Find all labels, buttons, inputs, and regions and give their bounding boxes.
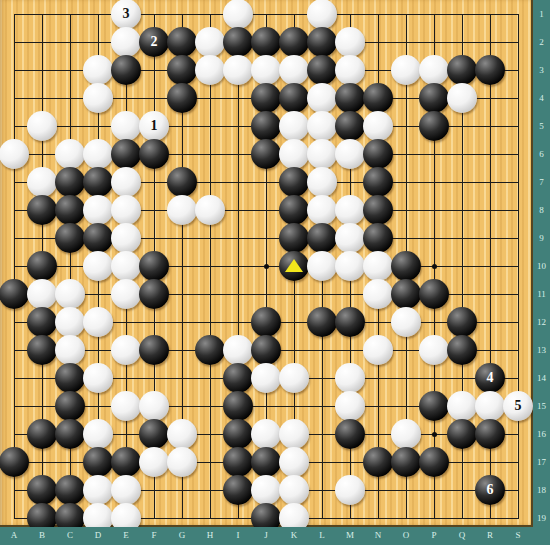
triangle-mark-icon <box>285 259 303 272</box>
black-stone-O17[interactable] <box>391 447 421 477</box>
black-stone-I16[interactable] <box>223 419 253 449</box>
white-stone-L4[interactable] <box>307 83 337 113</box>
black-stone-C9[interactable] <box>55 223 85 253</box>
white-stone-L10[interactable] <box>307 251 337 281</box>
black-stone-D9[interactable] <box>83 223 113 253</box>
white-stone-Q15[interactable] <box>447 391 477 421</box>
black-stone-I2[interactable] <box>223 27 253 57</box>
black-stone-F16[interactable] <box>139 419 169 449</box>
black-stone-B13[interactable] <box>27 335 57 365</box>
white-stone-D10[interactable] <box>83 251 113 281</box>
white-stone-D3[interactable] <box>83 55 113 85</box>
black-stone-K8[interactable] <box>279 195 309 225</box>
black-stone-O11[interactable] <box>391 279 421 309</box>
row-label-12: 12 <box>533 317 550 327</box>
white-stone-B5[interactable] <box>27 111 57 141</box>
column-label-D: D <box>91 530 105 540</box>
black-stone-L9[interactable] <box>307 223 337 253</box>
column-label-J: J <box>259 530 273 540</box>
black-stone-Q16[interactable] <box>447 419 477 449</box>
black-stone-F2[interactable]: 2 <box>139 27 169 57</box>
white-stone-D4[interactable] <box>83 83 113 113</box>
white-stone-P3[interactable] <box>419 55 449 85</box>
black-stone-N7[interactable] <box>363 167 393 197</box>
white-stone-E2[interactable] <box>111 27 141 57</box>
black-stone-R16[interactable] <box>475 419 505 449</box>
white-stone-G8[interactable] <box>167 195 197 225</box>
white-stone-J14[interactable] <box>251 363 281 393</box>
row-label-3: 3 <box>533 65 550 75</box>
white-stone-M9[interactable] <box>335 223 365 253</box>
black-stone-B10[interactable] <box>27 251 57 281</box>
white-stone-K17[interactable] <box>279 447 309 477</box>
black-stone-D17[interactable] <box>83 447 113 477</box>
black-stone-I18[interactable] <box>223 475 253 505</box>
white-stone-H8[interactable] <box>195 195 225 225</box>
row-coordinates: 12345678910111213141516171819 <box>533 0 550 545</box>
black-stone-L3[interactable] <box>307 55 337 85</box>
row-label-15: 15 <box>533 401 550 411</box>
black-stone-N17[interactable] <box>363 447 393 477</box>
white-stone-F17[interactable] <box>139 447 169 477</box>
white-stone-G16[interactable] <box>167 419 197 449</box>
white-stone-M8[interactable] <box>335 195 365 225</box>
black-stone-M4[interactable] <box>335 83 365 113</box>
black-stone-J2[interactable] <box>251 27 281 57</box>
black-stone-Q12[interactable] <box>447 307 477 337</box>
white-stone-E7[interactable] <box>111 167 141 197</box>
row-label-5: 5 <box>533 121 550 131</box>
white-stone-N10[interactable] <box>363 251 393 281</box>
white-stone-N5[interactable] <box>363 111 393 141</box>
black-stone-M5[interactable] <box>335 111 365 141</box>
black-stone-F6[interactable] <box>139 139 169 169</box>
black-stone-E6[interactable] <box>111 139 141 169</box>
black-stone-N4[interactable] <box>363 83 393 113</box>
white-stone-C13[interactable] <box>55 335 85 365</box>
move-number-label: 2 <box>151 35 158 49</box>
white-stone-K5[interactable] <box>279 111 309 141</box>
row-label-4: 4 <box>533 93 550 103</box>
white-stone-Q4[interactable] <box>447 83 477 113</box>
black-stone-N6[interactable] <box>363 139 393 169</box>
white-stone-M6[interactable] <box>335 139 365 169</box>
white-stone-C6[interactable] <box>55 139 85 169</box>
black-stone-P5[interactable] <box>419 111 449 141</box>
black-stone-B18[interactable] <box>27 475 57 505</box>
white-stone-H2[interactable] <box>195 27 225 57</box>
black-stone-J4[interactable] <box>251 83 281 113</box>
white-stone-D12[interactable] <box>83 307 113 337</box>
row-label-17: 17 <box>533 457 550 467</box>
black-stone-G3[interactable] <box>167 55 197 85</box>
black-stone-A17[interactable] <box>0 447 29 477</box>
move-number-label: 5 <box>515 399 522 413</box>
white-stone-R15[interactable] <box>475 391 505 421</box>
black-stone-C15[interactable] <box>55 391 85 421</box>
white-stone-D8[interactable] <box>83 195 113 225</box>
white-stone-A6[interactable] <box>0 139 29 169</box>
white-stone-O12[interactable] <box>391 307 421 337</box>
row-label-16: 16 <box>533 429 550 439</box>
column-label-Q: Q <box>455 530 469 540</box>
column-label-H: H <box>203 530 217 540</box>
row-label-7: 7 <box>533 177 550 187</box>
row-label-14: 14 <box>533 373 550 383</box>
black-stone-I14[interactable] <box>223 363 253 393</box>
black-stone-I15[interactable] <box>223 391 253 421</box>
white-stone-M14[interactable] <box>335 363 365 393</box>
black-stone-H13[interactable] <box>195 335 225 365</box>
column-label-I: I <box>231 530 245 540</box>
white-stone-C12[interactable] <box>55 307 85 337</box>
black-stone-K7[interactable] <box>279 167 309 197</box>
white-stone-D6[interactable] <box>83 139 113 169</box>
black-stone-P15[interactable] <box>419 391 449 421</box>
white-stone-D18[interactable] <box>83 475 113 505</box>
black-stone-M12[interactable] <box>335 307 365 337</box>
black-stone-P4[interactable] <box>419 83 449 113</box>
black-stone-R14[interactable]: 4 <box>475 363 505 393</box>
black-stone-O10[interactable] <box>391 251 421 281</box>
column-label-R: R <box>483 530 497 540</box>
column-label-A: A <box>7 530 21 540</box>
white-stone-M3[interactable] <box>335 55 365 85</box>
white-stone-K16[interactable] <box>279 419 309 449</box>
black-stone-P17[interactable] <box>419 447 449 477</box>
black-stone-K9[interactable] <box>279 223 309 253</box>
white-stone-E5[interactable] <box>111 111 141 141</box>
row-label-2: 2 <box>533 37 550 47</box>
white-stone-S15[interactable]: 5 <box>503 391 533 421</box>
white-stone-E1[interactable]: 3 <box>111 0 141 29</box>
white-stone-C11[interactable] <box>55 279 85 309</box>
move-number-label: 1 <box>151 119 158 133</box>
black-stone-J12[interactable] <box>251 307 281 337</box>
white-stone-D14[interactable] <box>83 363 113 393</box>
column-label-N: N <box>371 530 385 540</box>
white-stone-D16[interactable] <box>83 419 113 449</box>
black-stone-B8[interactable] <box>27 195 57 225</box>
white-stone-E10[interactable] <box>111 251 141 281</box>
white-stone-J18[interactable] <box>251 475 281 505</box>
black-stone-G2[interactable] <box>167 27 197 57</box>
white-stone-O16[interactable] <box>391 419 421 449</box>
white-stone-G17[interactable] <box>167 447 197 477</box>
white-stone-K3[interactable] <box>279 55 309 85</box>
white-stone-O3[interactable] <box>391 55 421 85</box>
black-stone-J17[interactable] <box>251 447 281 477</box>
black-stone-I17[interactable] <box>223 447 253 477</box>
move-number-label: 6 <box>487 483 494 497</box>
column-label-K: K <box>287 530 301 540</box>
black-stone-F13[interactable] <box>139 335 169 365</box>
column-label-M: M <box>343 530 357 540</box>
black-stone-L2[interactable] <box>307 27 337 57</box>
column-coordinates: ABCDEFGHIJKLMNOPQRS <box>0 527 533 545</box>
white-stone-M18[interactable] <box>335 475 365 505</box>
white-stone-E9[interactable] <box>111 223 141 253</box>
row-label-10: 10 <box>533 261 550 271</box>
go-board[interactable]: 321456 <box>0 0 533 527</box>
column-label-S: S <box>511 530 525 540</box>
column-label-E: E <box>119 530 133 540</box>
black-stone-R18[interactable]: 6 <box>475 475 505 505</box>
black-stone-C16[interactable] <box>55 419 85 449</box>
white-stone-M10[interactable] <box>335 251 365 281</box>
black-stone-F11[interactable] <box>139 279 169 309</box>
white-stone-E8[interactable] <box>111 195 141 225</box>
white-stone-I3[interactable] <box>223 55 253 85</box>
black-stone-R3[interactable] <box>475 55 505 85</box>
black-stone-K10[interactable] <box>279 251 309 281</box>
white-stone-P13[interactable] <box>419 335 449 365</box>
black-stone-J5[interactable] <box>251 111 281 141</box>
black-stone-C14[interactable] <box>55 363 85 393</box>
black-stone-L12[interactable] <box>307 307 337 337</box>
white-stone-J3[interactable] <box>251 55 281 85</box>
black-stone-F10[interactable] <box>139 251 169 281</box>
black-stone-Q3[interactable] <box>447 55 477 85</box>
white-stone-N13[interactable] <box>363 335 393 365</box>
black-stone-D7[interactable] <box>83 167 113 197</box>
black-stone-J6[interactable] <box>251 139 281 169</box>
column-label-P: P <box>427 530 441 540</box>
white-stone-L6[interactable] <box>307 139 337 169</box>
white-stone-B7[interactable] <box>27 167 57 197</box>
black-stone-M16[interactable] <box>335 419 365 449</box>
white-stone-J16[interactable] <box>251 419 281 449</box>
white-stone-I13[interactable] <box>223 335 253 365</box>
black-stone-C18[interactable] <box>55 475 85 505</box>
white-stone-K6[interactable] <box>279 139 309 169</box>
move-number-label: 3 <box>123 7 130 21</box>
move-number-label: 4 <box>487 371 494 385</box>
white-stone-E13[interactable] <box>111 335 141 365</box>
white-stone-K14[interactable] <box>279 363 309 393</box>
go-game-screenshot: 321456 12345678910111213141516171819 ABC… <box>0 0 550 545</box>
star-point-P10 <box>432 264 437 269</box>
black-stone-J13[interactable] <box>251 335 281 365</box>
column-label-O: O <box>399 530 413 540</box>
white-stone-I1[interactable] <box>223 0 253 29</box>
black-stone-C7[interactable] <box>55 167 85 197</box>
black-stone-B16[interactable] <box>27 419 57 449</box>
star-point-P16 <box>432 432 437 437</box>
black-stone-E17[interactable] <box>111 447 141 477</box>
grid-line-vertical <box>518 14 519 519</box>
white-stone-H3[interactable] <box>195 55 225 85</box>
row-label-18: 18 <box>533 485 550 495</box>
column-label-C: C <box>63 530 77 540</box>
black-stone-Q13[interactable] <box>447 335 477 365</box>
column-label-G: G <box>175 530 189 540</box>
star-point-J10 <box>264 264 269 269</box>
white-stone-E15[interactable] <box>111 391 141 421</box>
white-stone-L1[interactable] <box>307 0 337 29</box>
row-label-1: 1 <box>533 9 550 19</box>
black-stone-N9[interactable] <box>363 223 393 253</box>
white-stone-E11[interactable] <box>111 279 141 309</box>
white-stone-N11[interactable] <box>363 279 393 309</box>
row-label-9: 9 <box>533 233 550 243</box>
black-stone-E3[interactable] <box>111 55 141 85</box>
white-stone-M2[interactable] <box>335 27 365 57</box>
black-stone-A11[interactable] <box>0 279 29 309</box>
black-stone-P11[interactable] <box>419 279 449 309</box>
white-stone-M15[interactable] <box>335 391 365 421</box>
white-stone-F15[interactable] <box>139 391 169 421</box>
column-label-L: L <box>315 530 329 540</box>
row-label-8: 8 <box>533 205 550 215</box>
white-stone-K18[interactable] <box>279 475 309 505</box>
white-stone-F5[interactable]: 1 <box>139 111 169 141</box>
black-stone-G7[interactable] <box>167 167 197 197</box>
row-label-11: 11 <box>533 289 550 299</box>
white-stone-B11[interactable] <box>27 279 57 309</box>
black-stone-G4[interactable] <box>167 83 197 113</box>
black-stone-B12[interactable] <box>27 307 57 337</box>
row-label-13: 13 <box>533 345 550 355</box>
column-label-B: B <box>35 530 49 540</box>
white-stone-L8[interactable] <box>307 195 337 225</box>
row-label-6: 6 <box>533 149 550 159</box>
row-label-19: 19 <box>533 513 550 523</box>
black-stone-N8[interactable] <box>363 195 393 225</box>
black-stone-C8[interactable] <box>55 195 85 225</box>
column-label-F: F <box>147 530 161 540</box>
white-stone-E18[interactable] <box>111 475 141 505</box>
black-stone-K2[interactable] <box>279 27 309 57</box>
black-stone-K4[interactable] <box>279 83 309 113</box>
white-stone-L5[interactable] <box>307 111 337 141</box>
white-stone-L7[interactable] <box>307 167 337 197</box>
